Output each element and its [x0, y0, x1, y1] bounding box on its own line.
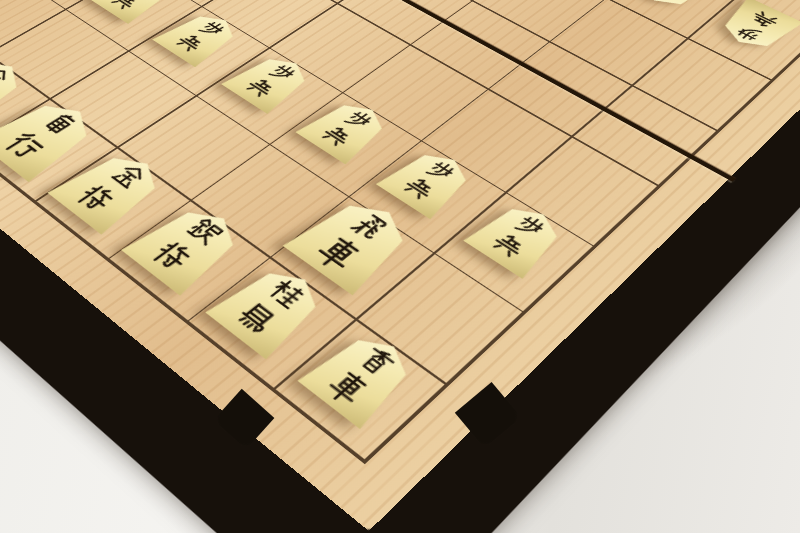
- piece-2c-p[interactable]: [628, 0, 717, 13]
- piece-1g-p[interactable]: [463, 197, 573, 279]
- piece-body: [205, 258, 335, 359]
- shogi-board: [0, 0, 800, 531]
- piece-1c-p[interactable]: [711, 0, 800, 56]
- piece-4g-p[interactable]: [221, 49, 320, 113]
- piece-3g-p[interactable]: [295, 95, 397, 165]
- piece-body: [463, 197, 573, 279]
- piece-body: [628, 0, 717, 13]
- piece-body: [711, 0, 800, 56]
- piece-3i-s[interactable]: [121, 198, 254, 296]
- piece-1i-l[interactable]: [298, 325, 426, 429]
- piece-2i-n[interactable]: [205, 258, 335, 359]
- piece-2g-p[interactable]: [376, 144, 482, 219]
- piece-body: [221, 49, 320, 113]
- piece-body: [121, 198, 254, 296]
- piece-body: [298, 325, 426, 429]
- piece-body: [152, 7, 247, 67]
- piece-body: [295, 95, 397, 165]
- piece-6g-p[interactable]: [88, 0, 180, 24]
- photo-frame: [0, 0, 800, 533]
- piece-5g-p[interactable]: [152, 7, 247, 67]
- piece-body: [88, 0, 180, 24]
- piece-body: [376, 144, 482, 219]
